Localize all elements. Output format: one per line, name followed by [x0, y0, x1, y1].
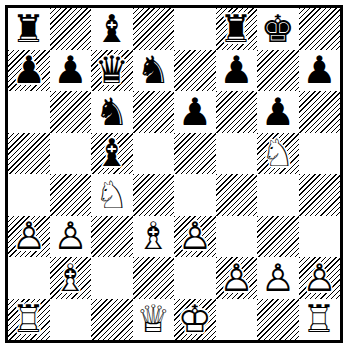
piece-white-bishop: ♗ — [50, 257, 92, 299]
piece-white-king: ♔ — [174, 299, 216, 341]
square-e1[interactable]: ♚♔ — [174, 299, 216, 341]
piece-halo-black-bishop: ♝ — [91, 8, 133, 50]
piece-halo-white-queen: ♛ — [133, 299, 175, 341]
piece-white-pawn: ♙ — [257, 257, 299, 299]
square-c2[interactable] — [91, 257, 133, 299]
piece-halo-black-knight: ♞ — [133, 50, 175, 92]
piece-halo-white-pawn: ♟ — [8, 216, 50, 258]
piece-halo-black-knight: ♞ — [91, 91, 133, 133]
square-b7[interactable]: ♟♟ — [50, 50, 92, 92]
square-f7[interactable]: ♟♟ — [216, 50, 258, 92]
square-h3[interactable] — [299, 216, 341, 258]
piece-halo-white-bishop: ♝ — [133, 216, 175, 258]
piece-halo-white-pawn: ♟ — [216, 257, 258, 299]
piece-white-rook: ♖ — [299, 299, 341, 341]
square-d7[interactable]: ♞♞ — [133, 50, 175, 92]
chess-diagram: ♜♜♝♝♜♜♚♚♟♟♟♟♛♛♞♞♟♟♟♟♞♞♟♟♟♟♝♝♞♘♞♘♟♙♟♙♝♗♟♙… — [0, 0, 350, 350]
piece-halo-white-rook: ♜ — [299, 299, 341, 341]
square-a2[interactable] — [8, 257, 50, 299]
square-h1[interactable]: ♜♖ — [299, 299, 341, 341]
square-b6[interactable] — [50, 91, 92, 133]
square-g5[interactable]: ♞♘ — [257, 133, 299, 175]
square-h7[interactable]: ♟♟ — [299, 50, 341, 92]
square-f8[interactable]: ♜♜ — [216, 8, 258, 50]
piece-halo-black-rook: ♜ — [216, 8, 258, 50]
square-f2[interactable]: ♟♙ — [216, 257, 258, 299]
square-h2[interactable]: ♟♙ — [299, 257, 341, 299]
piece-white-knight: ♘ — [91, 174, 133, 216]
square-a4[interactable] — [8, 174, 50, 216]
piece-black-pawn: ♟ — [257, 91, 299, 133]
piece-halo-white-pawn: ♟ — [174, 216, 216, 258]
piece-halo-black-pawn: ♟ — [174, 91, 216, 133]
piece-black-rook: ♜ — [8, 8, 50, 50]
square-b1[interactable] — [50, 299, 92, 341]
piece-black-pawn: ♟ — [216, 50, 258, 92]
square-b8[interactable] — [50, 8, 92, 50]
piece-white-pawn: ♙ — [299, 257, 341, 299]
piece-halo-white-knight: ♞ — [91, 174, 133, 216]
piece-halo-white-pawn: ♟ — [257, 257, 299, 299]
piece-black-pawn: ♟ — [299, 50, 341, 92]
square-e6[interactable]: ♟♟ — [174, 91, 216, 133]
square-b5[interactable] — [50, 133, 92, 175]
square-f1[interactable] — [216, 299, 258, 341]
piece-halo-black-pawn: ♟ — [50, 50, 92, 92]
piece-white-rook: ♖ — [8, 299, 50, 341]
piece-halo-black-queen: ♛ — [91, 50, 133, 92]
piece-white-pawn: ♙ — [50, 216, 92, 258]
piece-black-pawn: ♟ — [174, 91, 216, 133]
square-e8[interactable] — [174, 8, 216, 50]
square-e5[interactable] — [174, 133, 216, 175]
square-a5[interactable] — [8, 133, 50, 175]
piece-white-knight: ♘ — [257, 133, 299, 175]
square-f4[interactable] — [216, 174, 258, 216]
square-c7[interactable]: ♛♛ — [91, 50, 133, 92]
piece-white-bishop: ♗ — [133, 216, 175, 258]
piece-halo-black-bishop: ♝ — [91, 133, 133, 175]
square-c5[interactable]: ♝♝ — [91, 133, 133, 175]
piece-black-queen: ♛ — [91, 50, 133, 92]
piece-halo-black-pawn: ♟ — [216, 50, 258, 92]
piece-black-bishop: ♝ — [91, 8, 133, 50]
piece-black-bishop: ♝ — [91, 133, 133, 175]
piece-black-rook: ♜ — [216, 8, 258, 50]
piece-white-queen: ♕ — [133, 299, 175, 341]
piece-halo-black-rook: ♜ — [8, 8, 50, 50]
square-g6[interactable]: ♟♟ — [257, 91, 299, 133]
piece-black-knight: ♞ — [133, 50, 175, 92]
square-g4[interactable] — [257, 174, 299, 216]
square-c3[interactable] — [91, 216, 133, 258]
square-f5[interactable] — [216, 133, 258, 175]
piece-black-king: ♚ — [257, 8, 299, 50]
square-a7[interactable]: ♟♟ — [8, 50, 50, 92]
square-c6[interactable]: ♞♞ — [91, 91, 133, 133]
square-b4[interactable] — [50, 174, 92, 216]
square-e4[interactable] — [174, 174, 216, 216]
square-a6[interactable] — [8, 91, 50, 133]
square-d1[interactable]: ♛♕ — [133, 299, 175, 341]
square-c1[interactable] — [91, 299, 133, 341]
square-b2[interactable]: ♝♗ — [50, 257, 92, 299]
square-h4[interactable] — [299, 174, 341, 216]
square-c4[interactable]: ♞♘ — [91, 174, 133, 216]
square-d2[interactable] — [133, 257, 175, 299]
square-h6[interactable] — [299, 91, 341, 133]
square-g7[interactable] — [257, 50, 299, 92]
square-b3[interactable]: ♟♙ — [50, 216, 92, 258]
piece-white-pawn: ♙ — [216, 257, 258, 299]
piece-halo-black-pawn: ♟ — [8, 50, 50, 92]
square-g1[interactable] — [257, 299, 299, 341]
piece-halo-white-knight: ♞ — [257, 133, 299, 175]
square-f3[interactable] — [216, 216, 258, 258]
square-a8[interactable]: ♜♜ — [8, 8, 50, 50]
square-h5[interactable] — [299, 133, 341, 175]
piece-halo-white-pawn: ♟ — [50, 216, 92, 258]
square-h8[interactable] — [299, 8, 341, 50]
piece-halo-white-king: ♚ — [174, 299, 216, 341]
piece-black-pawn: ♟ — [50, 50, 92, 92]
piece-halo-black-pawn: ♟ — [257, 91, 299, 133]
piece-white-pawn: ♙ — [174, 216, 216, 258]
square-a3[interactable]: ♟♙ — [8, 216, 50, 258]
square-d5[interactable] — [133, 133, 175, 175]
square-d8[interactable] — [133, 8, 175, 50]
piece-white-pawn: ♙ — [8, 216, 50, 258]
square-e7[interactable] — [174, 50, 216, 92]
piece-halo-black-king: ♚ — [257, 8, 299, 50]
piece-black-knight: ♞ — [91, 91, 133, 133]
square-a1[interactable]: ♜♖ — [8, 299, 50, 341]
piece-black-pawn: ♟ — [8, 50, 50, 92]
piece-halo-white-bishop: ♝ — [50, 257, 92, 299]
piece-halo-white-rook: ♜ — [8, 299, 50, 341]
square-d3[interactable]: ♝♗ — [133, 216, 175, 258]
square-d6[interactable] — [133, 91, 175, 133]
square-g3[interactable] — [257, 216, 299, 258]
piece-halo-black-pawn: ♟ — [299, 50, 341, 92]
square-e3[interactable]: ♟♙ — [174, 216, 216, 258]
square-g2[interactable]: ♟♙ — [257, 257, 299, 299]
square-f6[interactable] — [216, 91, 258, 133]
square-c8[interactable]: ♝♝ — [91, 8, 133, 50]
square-e2[interactable] — [174, 257, 216, 299]
chess-board: ♜♜♝♝♜♜♚♚♟♟♟♟♛♛♞♞♟♟♟♟♞♞♟♟♟♟♝♝♞♘♞♘♟♙♟♙♝♗♟♙… — [5, 5, 343, 343]
square-g8[interactable]: ♚♚ — [257, 8, 299, 50]
piece-halo-white-pawn: ♟ — [299, 257, 341, 299]
square-d4[interactable] — [133, 174, 175, 216]
